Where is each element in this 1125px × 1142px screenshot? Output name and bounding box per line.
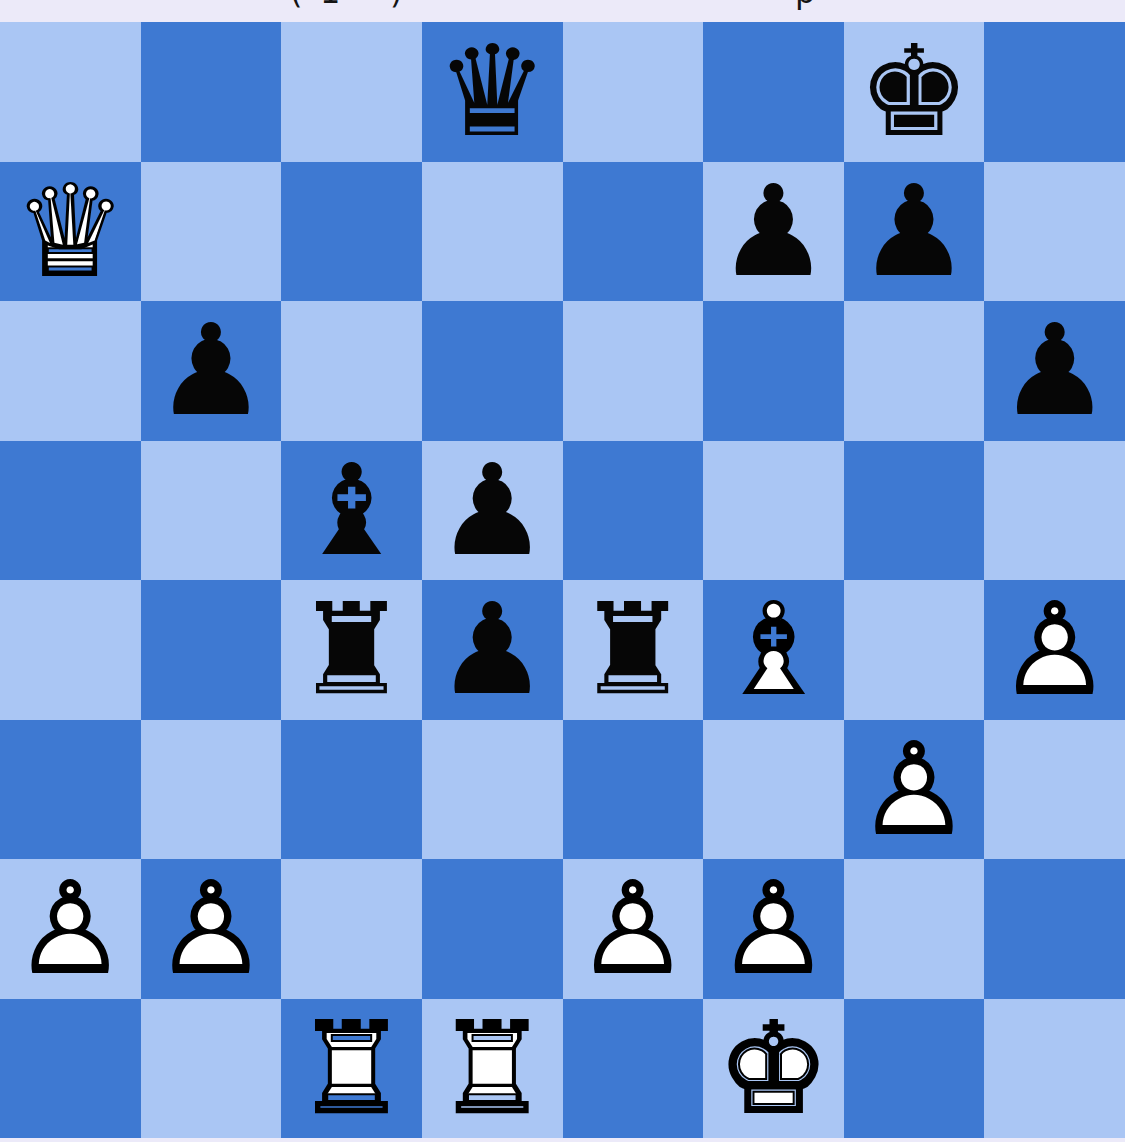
square-a1[interactable] — [0, 999, 141, 1139]
square-h6[interactable]: ♟ — [984, 301, 1125, 441]
square-b4[interactable] — [141, 580, 282, 720]
piece-black-rook[interactable]: ♜ — [563, 580, 704, 720]
black-pawn-icon: ♟ — [844, 162, 985, 302]
square-c5[interactable]: ♝ — [281, 441, 422, 581]
white-pawn-outline-icon: ♙ — [563, 859, 704, 999]
square-d6[interactable] — [422, 301, 563, 441]
square-b2[interactable]: ♟♙ — [141, 859, 282, 999]
square-h5[interactable] — [984, 441, 1125, 581]
square-e1[interactable] — [563, 999, 704, 1139]
piece-white-rook[interactable]: ♜♖ — [422, 999, 563, 1139]
square-d8[interactable]: ♛ — [422, 22, 563, 162]
square-f6[interactable] — [703, 301, 844, 441]
square-h2[interactable] — [984, 859, 1125, 999]
square-b3[interactable] — [141, 720, 282, 860]
square-h1[interactable] — [984, 999, 1125, 1139]
piece-black-queen[interactable]: ♛ — [422, 22, 563, 162]
white-pawn-outline-icon: ♙ — [984, 580, 1125, 720]
square-a3[interactable] — [0, 720, 141, 860]
piece-white-pawn[interactable]: ♟♙ — [844, 720, 985, 860]
square-c3[interactable] — [281, 720, 422, 860]
white-pawn-outline-icon: ♙ — [844, 720, 985, 860]
piece-white-pawn[interactable]: ♟♙ — [563, 859, 704, 999]
piece-black-pawn[interactable]: ♟ — [984, 301, 1125, 441]
square-g4[interactable] — [844, 580, 985, 720]
square-e6[interactable] — [563, 301, 704, 441]
square-d1[interactable]: ♜♖ — [422, 999, 563, 1139]
square-b6[interactable]: ♟ — [141, 301, 282, 441]
black-rook-icon: ♜ — [563, 580, 704, 720]
square-a8[interactable] — [0, 22, 141, 162]
square-c7[interactable] — [281, 162, 422, 302]
square-g7[interactable]: ♟ — [844, 162, 985, 302]
piece-black-king[interactable]: ♚ — [844, 22, 985, 162]
square-c8[interactable] — [281, 22, 422, 162]
black-queen-icon: ♛ — [422, 22, 563, 162]
square-f3[interactable] — [703, 720, 844, 860]
black-pawn-icon: ♟ — [422, 580, 563, 720]
piece-black-pawn[interactable]: ♟ — [422, 580, 563, 720]
clipped-text-fragment: 1 — [320, 0, 340, 8]
white-rook-outline-icon: ♖ — [281, 999, 422, 1139]
square-d4[interactable]: ♟ — [422, 580, 563, 720]
piece-black-rook[interactable]: ♜ — [281, 580, 422, 720]
black-pawn-icon: ♟ — [141, 301, 282, 441]
square-g5[interactable] — [844, 441, 985, 581]
white-king-outline-icon: ♔ — [703, 999, 844, 1139]
piece-white-pawn[interactable]: ♟♙ — [141, 859, 282, 999]
square-c1[interactable]: ♜♖ — [281, 999, 422, 1139]
white-queen-outline-icon: ♕ — [0, 162, 141, 302]
square-f5[interactable] — [703, 441, 844, 581]
piece-white-queen[interactable]: ♛♕ — [0, 162, 141, 302]
black-pawn-icon: ♟ — [984, 301, 1125, 441]
white-bishop-outline-icon: ♗ — [703, 580, 844, 720]
piece-black-pawn[interactable]: ♟ — [703, 162, 844, 302]
square-h7[interactable] — [984, 162, 1125, 302]
piece-white-pawn[interactable]: ♟♙ — [984, 580, 1125, 720]
piece-black-pawn[interactable]: ♟ — [141, 301, 282, 441]
square-e7[interactable] — [563, 162, 704, 302]
square-e4[interactable]: ♜ — [563, 580, 704, 720]
square-f4[interactable]: ♝♗ — [703, 580, 844, 720]
board-bottom-margin — [0, 1138, 1125, 1142]
square-e5[interactable] — [563, 441, 704, 581]
square-g1[interactable] — [844, 999, 985, 1139]
white-pawn-outline-icon: ♙ — [0, 859, 141, 999]
square-b7[interactable] — [141, 162, 282, 302]
square-a5[interactable] — [0, 441, 141, 581]
piece-white-bishop[interactable]: ♝♗ — [703, 580, 844, 720]
piece-white-pawn[interactable]: ♟♙ — [703, 859, 844, 999]
square-d7[interactable] — [422, 162, 563, 302]
square-b8[interactable] — [141, 22, 282, 162]
square-a7[interactable]: ♛♕ — [0, 162, 141, 302]
square-d2[interactable] — [422, 859, 563, 999]
white-pawn-outline-icon: ♙ — [703, 859, 844, 999]
square-f1[interactable]: ♚♔ — [703, 999, 844, 1139]
square-e3[interactable] — [563, 720, 704, 860]
square-a2[interactable]: ♟♙ — [0, 859, 141, 999]
black-rook-icon: ♜ — [281, 580, 422, 720]
square-g8[interactable]: ♚ — [844, 22, 985, 162]
square-b1[interactable] — [141, 999, 282, 1139]
piece-black-pawn[interactable]: ♟ — [422, 441, 563, 581]
square-e2[interactable]: ♟♙ — [563, 859, 704, 999]
square-a6[interactable] — [0, 301, 141, 441]
square-h3[interactable] — [984, 720, 1125, 860]
square-c2[interactable] — [281, 859, 422, 999]
square-g2[interactable] — [844, 859, 985, 999]
piece-white-king[interactable]: ♚♔ — [703, 999, 844, 1139]
clipped-text-fragment: p — [795, 0, 815, 8]
square-h4[interactable]: ♟♙ — [984, 580, 1125, 720]
square-f2[interactable]: ♟♙ — [703, 859, 844, 999]
square-g3[interactable]: ♟♙ — [844, 720, 985, 860]
square-b5[interactable] — [141, 441, 282, 581]
black-pawn-icon: ♟ — [422, 441, 563, 581]
clipped-text-fragment: ( — [290, 0, 302, 8]
square-f8[interactable] — [703, 22, 844, 162]
square-e8[interactable] — [563, 22, 704, 162]
square-g6[interactable] — [844, 301, 985, 441]
white-pawn-outline-icon: ♙ — [141, 859, 282, 999]
piece-black-pawn[interactable]: ♟ — [844, 162, 985, 302]
square-a4[interactable] — [0, 580, 141, 720]
black-king-icon: ♚ — [844, 22, 985, 162]
square-h8[interactable] — [984, 22, 1125, 162]
square-c6[interactable] — [281, 301, 422, 441]
square-d5[interactable]: ♟ — [422, 441, 563, 581]
square-d3[interactable] — [422, 720, 563, 860]
clipped-text-fragment: ) — [390, 0, 402, 8]
piece-white-rook[interactable]: ♜♖ — [281, 999, 422, 1139]
black-bishop-icon: ♝ — [281, 441, 422, 581]
chess-board: ♛♚♛♕♟♟♟♟♝♟♜♟♜♝♗♟♙♟♙♟♙♟♙♟♙♟♙♜♖♜♖♚♔ — [0, 22, 1125, 1138]
piece-white-pawn[interactable]: ♟♙ — [0, 859, 141, 999]
square-c4[interactable]: ♜ — [281, 580, 422, 720]
piece-black-bishop[interactable]: ♝ — [281, 441, 422, 581]
white-rook-outline-icon: ♖ — [422, 999, 563, 1139]
black-pawn-icon: ♟ — [703, 162, 844, 302]
square-f7[interactable]: ♟ — [703, 162, 844, 302]
